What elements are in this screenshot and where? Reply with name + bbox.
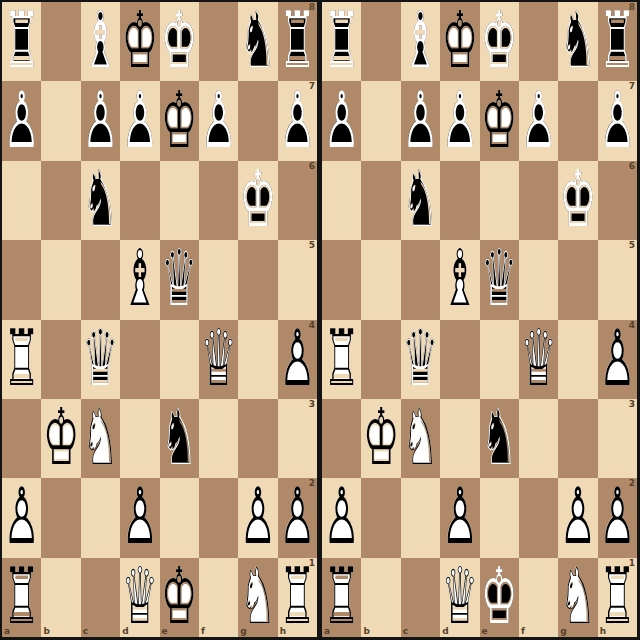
square-g2[interactable]: ♟♙ bbox=[558, 478, 597, 557]
white-rook-icon: ♜♖ bbox=[3, 320, 40, 398]
white-knight-icon: ♞♘ bbox=[560, 558, 597, 636]
square-a5[interactable] bbox=[2, 240, 41, 319]
square-h7[interactable]: ♟♙7 bbox=[278, 81, 317, 160]
square-d8[interactable]: ♚♔ bbox=[120, 2, 159, 81]
square-d3[interactable] bbox=[120, 399, 159, 478]
file-label: g bbox=[240, 627, 246, 636]
rank-label: 6 bbox=[629, 162, 635, 171]
square-h5[interactable]: 5 bbox=[278, 240, 317, 319]
square-d1[interactable]: ♛♕d bbox=[120, 558, 159, 637]
square-g2[interactable]: ♟♙ bbox=[238, 478, 277, 557]
square-d7[interactable]: ♟♙ bbox=[120, 81, 159, 160]
square-b6[interactable] bbox=[41, 161, 80, 240]
rank-label: 4 bbox=[309, 321, 315, 330]
square-g5[interactable] bbox=[558, 240, 597, 319]
white-king-icon: ♚♔ bbox=[121, 3, 158, 81]
square-f8[interactable] bbox=[199, 2, 238, 81]
square-h1[interactable]: ♜♖1h bbox=[278, 558, 317, 637]
square-g6[interactable]: ♚♔ bbox=[238, 161, 277, 240]
square-a2[interactable]: ♟♙ bbox=[322, 478, 361, 557]
square-a3[interactable] bbox=[322, 399, 361, 478]
file-label: b bbox=[363, 627, 369, 636]
square-g7[interactable] bbox=[238, 81, 277, 160]
rank-label: 5 bbox=[309, 241, 315, 250]
square-g7[interactable] bbox=[558, 81, 597, 160]
square-b8[interactable] bbox=[361, 2, 400, 81]
square-a2[interactable]: ♟♙ bbox=[2, 478, 41, 557]
square-f6[interactable] bbox=[199, 161, 238, 240]
white-king-icon: ♚♔ bbox=[43, 400, 80, 478]
white-pawn-icon: ♟♙ bbox=[121, 479, 158, 557]
square-b5[interactable] bbox=[361, 240, 400, 319]
square-e2[interactable] bbox=[480, 478, 519, 557]
black-king-icon: ♚♔ bbox=[560, 161, 597, 239]
square-d7[interactable]: ♟♙ bbox=[440, 81, 479, 160]
square-h2[interactable]: ♟♙2 bbox=[598, 478, 637, 557]
boards-container: ♜♖♝♗♚♔♚♔♞♘♜♖8♟♙♟♙♟♙♚♔♟♙♟♙7♞♘♚♔6♝♗♛♕5♜♖♛♕… bbox=[0, 0, 640, 640]
square-c5[interactable] bbox=[81, 240, 120, 319]
square-f6[interactable] bbox=[519, 161, 558, 240]
black-pawn-icon: ♟♙ bbox=[599, 82, 636, 160]
square-h5[interactable]: 5 bbox=[598, 240, 637, 319]
white-king-icon: ♚♔ bbox=[363, 400, 400, 478]
square-e7[interactable]: ♚♔ bbox=[160, 81, 199, 160]
rank-label: 7 bbox=[309, 82, 315, 91]
square-h6[interactable]: 6 bbox=[598, 161, 637, 240]
square-c6[interactable]: ♞♘ bbox=[401, 161, 440, 240]
white-pawn-icon: ♟♙ bbox=[323, 479, 360, 557]
rank-label: 8 bbox=[309, 3, 315, 12]
white-pawn-icon: ♟♙ bbox=[3, 479, 40, 557]
square-a4[interactable]: ♜♖ bbox=[322, 320, 361, 399]
square-g4[interactable] bbox=[238, 320, 277, 399]
square-b8[interactable] bbox=[41, 2, 80, 81]
square-g1[interactable]: ♞♘g bbox=[238, 558, 277, 637]
square-c7[interactable]: ♟♙ bbox=[401, 81, 440, 160]
white-pawn-icon: ♟♙ bbox=[599, 320, 636, 398]
white-rook-icon: ♜♖ bbox=[3, 558, 40, 636]
square-b2[interactable] bbox=[41, 478, 80, 557]
black-rook-icon: ♜♖ bbox=[279, 3, 316, 81]
square-h4[interactable]: ♟♙4 bbox=[598, 320, 637, 399]
square-d4[interactable] bbox=[440, 320, 479, 399]
square-c3[interactable]: ♞♘ bbox=[81, 399, 120, 478]
square-c8[interactable]: ♝♗ bbox=[81, 2, 120, 81]
square-g3[interactable] bbox=[238, 399, 277, 478]
square-g3[interactable] bbox=[558, 399, 597, 478]
square-a7[interactable]: ♟♙ bbox=[2, 81, 41, 160]
square-c8[interactable]: ♝♗ bbox=[401, 2, 440, 81]
square-g6[interactable]: ♚♔ bbox=[558, 161, 597, 240]
black-knight-icon: ♞♘ bbox=[402, 161, 439, 239]
square-a6[interactable] bbox=[2, 161, 41, 240]
black-knight-icon: ♞♘ bbox=[82, 161, 119, 239]
square-c4[interactable]: ♛♕ bbox=[401, 320, 440, 399]
square-d2[interactable]: ♟♙ bbox=[120, 478, 159, 557]
square-f1[interactable]: f bbox=[199, 558, 238, 637]
black-pawn-icon: ♟♙ bbox=[441, 82, 478, 160]
square-d8[interactable]: ♚♔ bbox=[440, 2, 479, 81]
white-queen-icon: ♛♕ bbox=[121, 558, 158, 636]
rank-label: 3 bbox=[629, 400, 635, 409]
white-king-icon: ♚♔ bbox=[481, 82, 518, 160]
black-rook-icon: ♜♖ bbox=[599, 3, 636, 81]
black-king-icon: ♚♔ bbox=[481, 3, 518, 81]
square-e8[interactable]: ♚♔ bbox=[480, 2, 519, 81]
file-label: d bbox=[442, 627, 448, 636]
square-f8[interactable] bbox=[519, 2, 558, 81]
white-knight-icon: ♞♘ bbox=[82, 400, 119, 478]
black-queen-icon: ♛♕ bbox=[402, 320, 439, 398]
square-b3[interactable]: ♚♔ bbox=[361, 399, 400, 478]
square-g4[interactable] bbox=[558, 320, 597, 399]
square-b4[interactable] bbox=[41, 320, 80, 399]
file-label: a bbox=[4, 627, 10, 636]
square-f2[interactable] bbox=[199, 478, 238, 557]
black-queen-icon: ♛♕ bbox=[481, 241, 518, 319]
board-left: ♜♖♝♗♚♔♚♔♞♘♜♖8♟♙♟♙♟♙♚♔♟♙♟♙7♞♘♚♔6♝♗♛♕5♜♖♛♕… bbox=[2, 2, 317, 637]
square-a8[interactable]: ♜♖ bbox=[322, 2, 361, 81]
square-a8[interactable]: ♜♖ bbox=[2, 2, 41, 81]
black-pawn-icon: ♟♙ bbox=[279, 82, 316, 160]
square-c6[interactable]: ♞♘ bbox=[81, 161, 120, 240]
square-c2[interactable] bbox=[81, 478, 120, 557]
square-e2[interactable] bbox=[160, 478, 199, 557]
square-b1[interactable]: b bbox=[41, 558, 80, 637]
square-g5[interactable] bbox=[238, 240, 277, 319]
square-d5[interactable]: ♝♗ bbox=[440, 240, 479, 319]
square-c5[interactable] bbox=[401, 240, 440, 319]
file-label: c bbox=[83, 627, 88, 636]
white-queen-icon: ♛♕ bbox=[520, 320, 557, 398]
white-bishop-icon: ♝♗ bbox=[441, 241, 478, 319]
file-label: e bbox=[482, 627, 488, 636]
white-rook-icon: ♜♖ bbox=[323, 320, 360, 398]
white-king-icon: ♚♔ bbox=[161, 82, 198, 160]
square-a1[interactable]: ♜♖a bbox=[322, 558, 361, 637]
white-rook-icon: ♜♖ bbox=[279, 558, 316, 636]
white-pawn-icon: ♟♙ bbox=[279, 320, 316, 398]
square-h2[interactable]: ♟♙2 bbox=[278, 478, 317, 557]
rank-label: 3 bbox=[309, 400, 315, 409]
white-rook-icon: ♜♖ bbox=[599, 558, 636, 636]
black-rook-icon: ♜♖ bbox=[323, 3, 360, 81]
square-f4[interactable]: ♛♕ bbox=[199, 320, 238, 399]
square-e4[interactable] bbox=[480, 320, 519, 399]
square-a4[interactable]: ♜♖ bbox=[2, 320, 41, 399]
rank-label: 7 bbox=[629, 82, 635, 91]
square-f4[interactable]: ♛♕ bbox=[519, 320, 558, 399]
black-knight-icon: ♞♘ bbox=[481, 400, 518, 478]
square-e6[interactable] bbox=[480, 161, 519, 240]
white-pawn-icon: ♟♙ bbox=[560, 479, 597, 557]
square-e8[interactable]: ♚♔ bbox=[160, 2, 199, 81]
rank-label: 5 bbox=[629, 241, 635, 250]
square-e6[interactable] bbox=[160, 161, 199, 240]
file-label: h bbox=[600, 627, 606, 636]
square-c4[interactable]: ♛♕ bbox=[81, 320, 120, 399]
black-knight-icon: ♞♘ bbox=[161, 400, 198, 478]
square-a5[interactable] bbox=[322, 240, 361, 319]
square-e3[interactable]: ♞♘ bbox=[480, 399, 519, 478]
square-h4[interactable]: ♟♙4 bbox=[278, 320, 317, 399]
square-d5[interactable]: ♝♗ bbox=[120, 240, 159, 319]
square-d4[interactable] bbox=[120, 320, 159, 399]
square-e1[interactable]: ♚♔e bbox=[480, 558, 519, 637]
square-f7[interactable]: ♟♙ bbox=[519, 81, 558, 160]
square-b7[interactable] bbox=[41, 81, 80, 160]
rank-label: 4 bbox=[629, 321, 635, 330]
square-d6[interactable] bbox=[440, 161, 479, 240]
black-queen-icon: ♛♕ bbox=[82, 320, 119, 398]
black-pawn-icon: ♟♙ bbox=[3, 82, 40, 160]
black-pawn-icon: ♟♙ bbox=[323, 82, 360, 160]
black-king-icon: ♚♔ bbox=[161, 3, 198, 81]
black-rook-icon: ♜♖ bbox=[3, 3, 40, 81]
white-pawn-icon: ♟♙ bbox=[599, 479, 636, 557]
square-c3[interactable]: ♞♘ bbox=[401, 399, 440, 478]
square-d6[interactable] bbox=[120, 161, 159, 240]
square-g1[interactable]: ♞♘g bbox=[558, 558, 597, 637]
square-e4[interactable] bbox=[160, 320, 199, 399]
square-a6[interactable] bbox=[322, 161, 361, 240]
square-h6[interactable]: 6 bbox=[278, 161, 317, 240]
square-f5[interactable] bbox=[199, 240, 238, 319]
rank-label: 2 bbox=[309, 479, 315, 488]
square-b3[interactable]: ♚♔ bbox=[41, 399, 80, 478]
black-pawn-icon: ♟♙ bbox=[520, 82, 557, 160]
square-h1[interactable]: ♜♖1h bbox=[598, 558, 637, 637]
square-b2[interactable] bbox=[361, 478, 400, 557]
file-label: b bbox=[43, 627, 49, 636]
white-king-icon: ♚♔ bbox=[441, 3, 478, 81]
black-pawn-icon: ♟♙ bbox=[402, 82, 439, 160]
black-pawn-icon: ♟♙ bbox=[121, 82, 158, 160]
white-queen-icon: ♛♕ bbox=[200, 320, 237, 398]
square-b6[interactable] bbox=[361, 161, 400, 240]
square-e3[interactable]: ♞♘ bbox=[160, 399, 199, 478]
square-e5[interactable]: ♛♕ bbox=[160, 240, 199, 319]
rank-label: 2 bbox=[629, 479, 635, 488]
square-e5[interactable]: ♛♕ bbox=[480, 240, 519, 319]
file-label: c bbox=[403, 627, 408, 636]
square-b1[interactable]: b bbox=[361, 558, 400, 637]
square-b7[interactable] bbox=[361, 81, 400, 160]
file-label: a bbox=[324, 627, 330, 636]
square-h8[interactable]: ♜♖8 bbox=[278, 2, 317, 81]
file-label: f bbox=[521, 627, 525, 636]
white-knight-icon: ♞♘ bbox=[240, 558, 277, 636]
black-knight-icon: ♞♘ bbox=[560, 3, 597, 81]
square-f5[interactable] bbox=[519, 240, 558, 319]
black-king-icon: ♚♔ bbox=[240, 161, 277, 239]
black-bishop-icon: ♝♗ bbox=[402, 3, 439, 81]
black-pawn-icon: ♟♙ bbox=[82, 82, 119, 160]
white-pawn-icon: ♟♙ bbox=[240, 479, 277, 557]
square-c1[interactable]: c bbox=[401, 558, 440, 637]
square-e1[interactable]: ♚♔e bbox=[160, 558, 199, 637]
square-a1[interactable]: ♜♖a bbox=[2, 558, 41, 637]
square-c1[interactable]: c bbox=[81, 558, 120, 637]
square-g8[interactable]: ♞♘ bbox=[238, 2, 277, 81]
white-rook-icon: ♜♖ bbox=[323, 558, 360, 636]
square-d2[interactable]: ♟♙ bbox=[440, 478, 479, 557]
white-bishop-icon: ♝♗ bbox=[121, 241, 158, 319]
black-knight-icon: ♞♘ bbox=[240, 3, 277, 81]
black-king-icon: ♚♔ bbox=[481, 558, 518, 636]
square-h3[interactable]: 3 bbox=[598, 399, 637, 478]
white-pawn-icon: ♟♙ bbox=[279, 479, 316, 557]
square-f1[interactable]: f bbox=[519, 558, 558, 637]
black-bishop-icon: ♝♗ bbox=[82, 3, 119, 81]
square-f7[interactable]: ♟♙ bbox=[199, 81, 238, 160]
white-pawn-icon: ♟♙ bbox=[441, 479, 478, 557]
square-e7[interactable]: ♚♔ bbox=[480, 81, 519, 160]
square-f3[interactable] bbox=[519, 399, 558, 478]
square-b5[interactable] bbox=[41, 240, 80, 319]
square-h8[interactable]: ♜♖8 bbox=[598, 2, 637, 81]
square-d3[interactable] bbox=[440, 399, 479, 478]
white-king-icon: ♚♔ bbox=[161, 558, 198, 636]
square-d1[interactable]: ♛♕d bbox=[440, 558, 479, 637]
square-a7[interactable]: ♟♙ bbox=[322, 81, 361, 160]
rank-label: 8 bbox=[629, 3, 635, 12]
square-c2[interactable] bbox=[401, 478, 440, 557]
white-queen-icon: ♛♕ bbox=[441, 558, 478, 636]
square-h7[interactable]: ♟♙7 bbox=[598, 81, 637, 160]
square-b4[interactable] bbox=[361, 320, 400, 399]
black-queen-icon: ♛♕ bbox=[161, 241, 198, 319]
square-c7[interactable]: ♟♙ bbox=[81, 81, 120, 160]
square-f3[interactable] bbox=[199, 399, 238, 478]
file-label: f bbox=[201, 627, 205, 636]
square-f2[interactable] bbox=[519, 478, 558, 557]
file-label: g bbox=[560, 627, 566, 636]
black-pawn-icon: ♟♙ bbox=[200, 82, 237, 160]
file-label: e bbox=[162, 627, 168, 636]
square-g8[interactable]: ♞♘ bbox=[558, 2, 597, 81]
board-right: ♜♖♝♗♚♔♚♔♞♘♜♖8♟♙♟♙♟♙♚♔♟♙♟♙7♞♘♚♔6♝♗♛♕5♜♖♛♕… bbox=[322, 2, 637, 637]
rank-label: 1 bbox=[629, 559, 635, 568]
rank-label: 1 bbox=[309, 559, 315, 568]
white-knight-icon: ♞♘ bbox=[402, 400, 439, 478]
file-label: d bbox=[122, 627, 128, 636]
rank-label: 6 bbox=[309, 162, 315, 171]
square-h3[interactable]: 3 bbox=[278, 399, 317, 478]
file-label: h bbox=[280, 627, 286, 636]
square-a3[interactable] bbox=[2, 399, 41, 478]
